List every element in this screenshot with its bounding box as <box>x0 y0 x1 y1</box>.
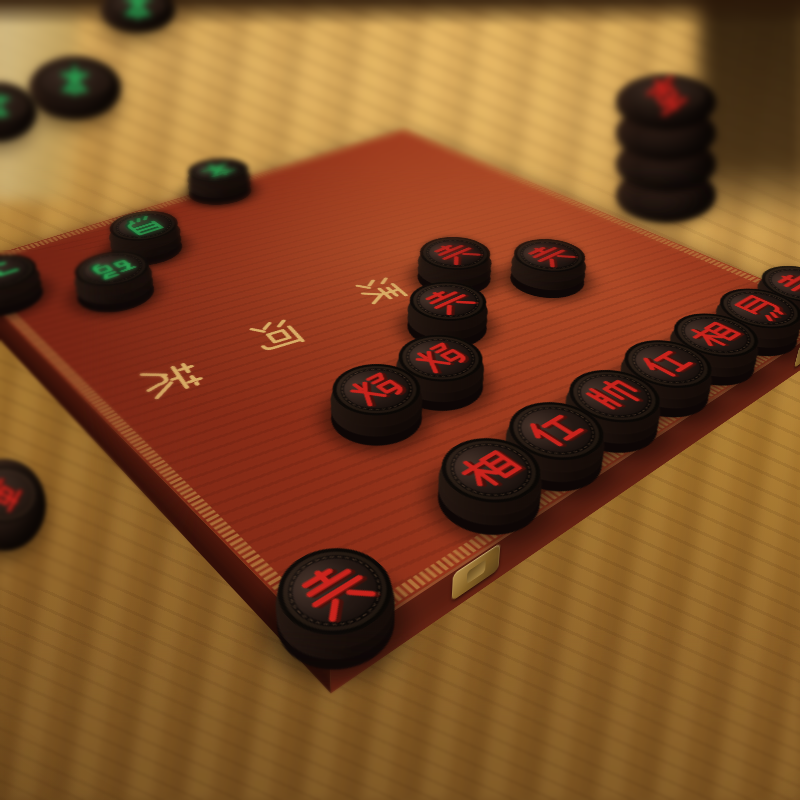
river-text-楚 <box>139 361 204 399</box>
river-text-漢 <box>354 277 405 304</box>
river-text-河 <box>248 319 302 351</box>
scene-3d <box>0 0 800 800</box>
xiangqi-board <box>0 129 800 651</box>
photo-stage <box>0 0 800 800</box>
